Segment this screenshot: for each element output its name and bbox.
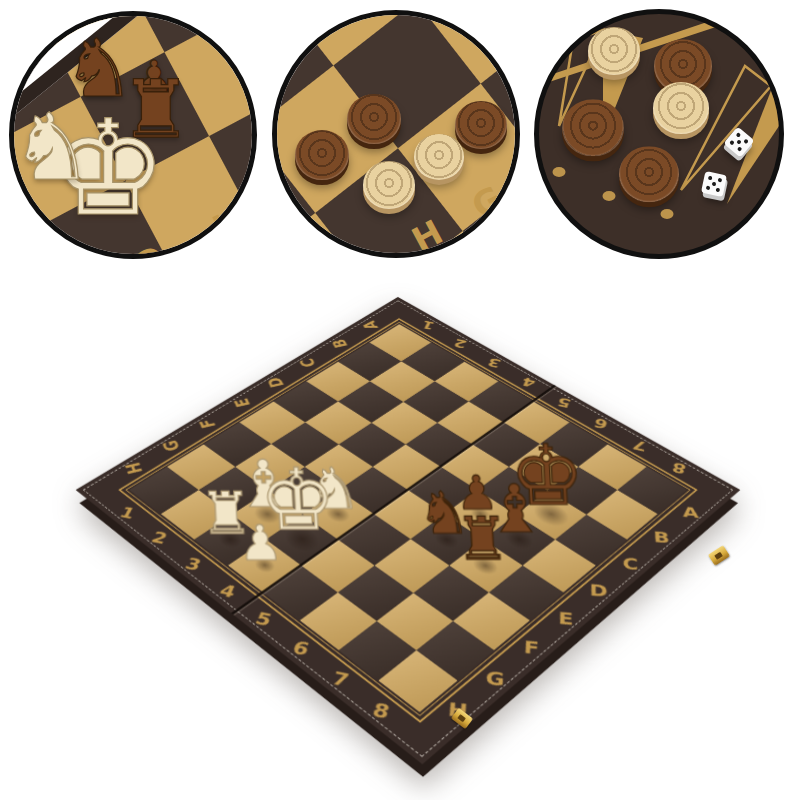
die-pip [715, 188, 720, 193]
piece-glyph: ♟ [238, 521, 284, 567]
die-pip [712, 182, 717, 187]
piece-glyph: ♜ [454, 511, 510, 567]
inset-chess-closeup: ♞♟♜♚♞ F G [9, 11, 257, 259]
checker-disc-dark [562, 99, 624, 156]
closeup-piece-white-knight: ♞ [11, 104, 93, 191]
checker-disc-light [363, 161, 415, 209]
coordinate-label: F [198, 209, 233, 250]
gold-dot [661, 209, 674, 219]
inset-backgammon-closeup [534, 9, 784, 259]
die-pip [743, 139, 749, 145]
checker-disc-light [653, 82, 709, 134]
die-pip [708, 176, 713, 181]
checker-disc-dark [455, 101, 507, 149]
checker-disc-dark [347, 94, 401, 144]
die-showing-5 [701, 171, 727, 197]
die-pip [736, 139, 742, 145]
checker-disc-light [588, 27, 640, 75]
checker-disc-dark [295, 130, 349, 180]
board-case-top: 12345678 12345678 ABCDEFGH ABCDEFGH ♜♝♟♚… [76, 297, 741, 764]
die-pip [737, 146, 743, 152]
product-photo-stage: ♞♟♜♚♞ F G H G 12345678 12345678 ABCDEFGH… [0, 0, 800, 800]
gold-dot [553, 167, 566, 177]
checker-disc-dark [619, 146, 679, 202]
gold-clasp-right [708, 545, 730, 566]
checker-disc-light [414, 134, 464, 180]
gold-dot [603, 191, 616, 201]
die-pip [718, 178, 723, 183]
inset-checkers-closeup: H G [272, 10, 520, 258]
die-pip [706, 185, 711, 190]
die-pip [729, 140, 735, 146]
die-pip [736, 132, 742, 138]
folding-chessboard: 12345678 12345678 ABCDEFGH ABCDEFGH ♜♝♟♚… [161, 255, 656, 725]
